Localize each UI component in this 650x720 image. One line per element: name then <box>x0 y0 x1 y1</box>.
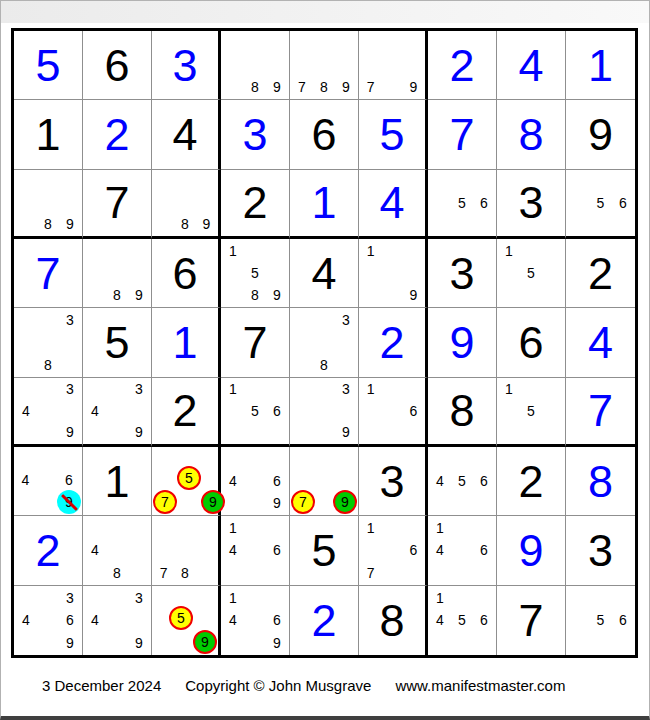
solved-digit: 2 <box>428 31 496 99</box>
candidate-grid: 156 <box>222 379 288 443</box>
candidate-digit: 8 <box>174 214 195 235</box>
solved-digit: 7 <box>14 239 82 307</box>
candidate-digit: 1 <box>222 379 244 400</box>
candidate-grid: 16 <box>360 379 424 443</box>
solved-digit: 8 <box>497 100 565 168</box>
cell-r9c9[interactable]: 56 <box>566 586 635 655</box>
given-digit: 4 <box>152 100 218 168</box>
candidate-grid: 38 <box>15 309 81 375</box>
candidate-digit: 9 <box>266 76 288 98</box>
candidate-digit: 3 <box>335 309 357 331</box>
candidate-7-yellow-mark: 7 <box>291 490 315 514</box>
candidate-9-cyan-slash-mark: 9 <box>57 490 81 514</box>
given-digit: 3 <box>566 516 635 584</box>
candidate-digit: 6 <box>612 609 634 631</box>
candidate-digit: 3 <box>59 309 81 331</box>
candidate-digit: 8 <box>37 214 59 235</box>
cell-r4c7[interactable]: 3 <box>428 239 497 308</box>
cell-r5c6[interactable]: 2 <box>359 308 428 377</box>
cell-r6c6[interactable]: 16 <box>359 378 428 447</box>
candidate-digit: 4 <box>222 539 244 561</box>
given-digit: 7 <box>221 308 289 376</box>
solved-digit: 1 <box>566 31 635 99</box>
cell-r3c9[interactable]: 56 <box>566 170 635 239</box>
candidate-digit: 8 <box>313 76 335 98</box>
cell-r9c8[interactable]: 7 <box>497 586 566 655</box>
candidate-digit: 6 <box>403 539 424 561</box>
cell-r8c9[interactable]: 3 <box>566 516 635 585</box>
candidate-digit: 7 <box>291 76 313 98</box>
cell-r1c1[interactable]: 5 <box>14 31 83 100</box>
candidate-digit: 4 <box>84 609 106 631</box>
candidate-grid: 15 <box>498 240 564 306</box>
cell-r5c2[interactable]: 5 <box>83 308 152 377</box>
candidate-digit: 1 <box>222 240 244 262</box>
cell-r6c1[interactable]: 349 <box>14 378 83 447</box>
given-digit: 7 <box>497 586 565 655</box>
cell-r4c2[interactable]: 89 <box>83 239 152 308</box>
cell-r2c5[interactable]: 6 <box>290 100 359 169</box>
candidate-digit: 9 <box>128 632 150 654</box>
candidate-digit: 6 <box>473 470 495 492</box>
cell-r3c4[interactable]: 2 <box>221 170 290 239</box>
cell-r1c3[interactable]: 3 <box>152 31 221 100</box>
cell-r2c4[interactable]: 3 <box>221 100 290 169</box>
candidate-digit: 9 <box>335 76 357 98</box>
solved-digit: 8 <box>566 447 635 515</box>
candidate-grid: 78 <box>153 517 217 583</box>
candidate-digit: 1 <box>360 379 381 400</box>
candidate-digit: 6 <box>612 192 634 213</box>
candidate-digit: 1 <box>498 379 520 400</box>
candidate-grid: 456 <box>429 448 495 514</box>
candidate-digit: 9 <box>266 284 288 306</box>
candidate-digit: 9 <box>59 422 81 443</box>
cell-r5c5[interactable]: 38 <box>290 308 359 377</box>
given-digit: 6 <box>152 239 218 307</box>
solved-digit: 4 <box>566 308 635 376</box>
candidate-grid: 39 <box>291 379 357 443</box>
cell-r1c6[interactable]: 79 <box>359 31 428 100</box>
candidate-digit: 6 <box>403 400 424 421</box>
given-digit: 6 <box>290 100 358 168</box>
given-digit: 5 <box>83 308 151 376</box>
cell-r2c7[interactable]: 7 <box>428 100 497 169</box>
cell-r7c6[interactable]: 3 <box>359 447 428 516</box>
candidate-grid: 89 <box>84 240 150 306</box>
candidate-7-yellow-mark: 7 <box>153 490 177 514</box>
given-digit: 4 <box>290 239 358 307</box>
candidate-digit: 1 <box>360 240 381 262</box>
cell-r6c2[interactable]: 349 <box>83 378 152 447</box>
solved-digit: 5 <box>14 31 82 99</box>
solved-digit: 7 <box>428 100 496 168</box>
given-digit: 1 <box>83 447 151 515</box>
footer: 3 December 2024 Copyright © John Musgrav… <box>42 677 565 694</box>
candidate-digit: 8 <box>244 76 266 98</box>
cell-r6c9[interactable]: 7 <box>566 378 635 447</box>
cell-r3c5[interactable]: 1 <box>290 170 359 239</box>
candidate-digit: 5 <box>589 609 611 631</box>
given-digit: 8 <box>428 378 496 444</box>
candidate-digit: 7 <box>360 562 381 584</box>
cell-r9c4[interactable]: 1469 <box>221 586 290 655</box>
given-digit: 5 <box>290 516 358 584</box>
cell-r3c8[interactable]: 3 <box>497 170 566 239</box>
candidate-grid: 146 <box>222 517 288 583</box>
footer-date: 3 December 2024 <box>42 677 161 694</box>
cell-r5c7[interactable]: 9 <box>428 308 497 377</box>
candidate-grid: 1469 <box>222 587 288 654</box>
cell-r4c8[interactable]: 15 <box>497 239 566 308</box>
candidate-digit: 4 <box>15 469 36 490</box>
toolbar-band <box>1 1 649 23</box>
candidate-grid: 789 <box>291 32 357 98</box>
candidate-5-yellow-mark: 5 <box>177 466 201 490</box>
given-digit: 6 <box>83 31 151 99</box>
cell-r8c4[interactable]: 146 <box>221 516 290 585</box>
candidate-digit: 9 <box>196 214 217 235</box>
cell-r7c1[interactable]: 469 <box>14 447 83 516</box>
candidate-digit: 4 <box>15 400 37 421</box>
cell-r7c7[interactable]: 456 <box>428 447 497 516</box>
candidate-grid: 349 <box>84 379 150 443</box>
solved-digit: 1 <box>290 170 358 236</box>
candidate-digit: 4 <box>84 539 106 561</box>
cell-r8c6[interactable]: 167 <box>359 516 428 585</box>
candidate-grid: 19 <box>360 240 424 306</box>
cell-r7c9[interactable]: 8 <box>566 447 635 516</box>
cell-r8c5[interactable]: 5 <box>290 516 359 585</box>
candidate-grid: 59 <box>153 587 217 654</box>
footer-website: www.manifestmaster.com <box>395 677 565 694</box>
candidate-digit: 8 <box>106 562 128 584</box>
solved-digit: 2 <box>14 516 82 584</box>
candidate-digit: 6 <box>57 469 81 490</box>
candidate-digit: 9 <box>59 632 81 654</box>
cell-r9c7[interactable]: 1456 <box>428 586 497 655</box>
cell-r9c5[interactable]: 2 <box>290 586 359 655</box>
solved-digit: 9 <box>428 308 496 376</box>
candidate-digit: 4 <box>15 609 37 631</box>
candidate-digit: 5 <box>589 192 611 213</box>
candidate-digit: 5 <box>520 400 542 421</box>
candidate-digit: 9 <box>128 284 150 306</box>
cell-r1c7[interactable]: 2 <box>428 31 497 100</box>
solved-digit: 1 <box>152 308 218 376</box>
candidate-digit: 4 <box>222 470 244 492</box>
candidate-digit: 5 <box>520 262 542 284</box>
solved-digit: 4 <box>359 170 425 236</box>
solved-digit: 9 <box>497 516 565 584</box>
solved-digit: 2 <box>83 100 151 168</box>
cell-r9c2[interactable]: 349 <box>83 586 152 655</box>
given-digit: 2 <box>497 447 565 515</box>
candidate-digit: 3 <box>59 379 81 400</box>
given-digit: 7 <box>83 170 151 236</box>
given-digit: 3 <box>497 170 565 236</box>
cell-r5c1[interactable]: 38 <box>14 308 83 377</box>
cell-r6c8[interactable]: 15 <box>497 378 566 447</box>
candidate-digit: 4 <box>84 400 106 421</box>
candidate-digit: 9 <box>59 214 81 235</box>
candidate-grid: 167 <box>360 517 424 583</box>
given-digit: 1 <box>14 100 82 168</box>
cell-r3c6[interactable]: 4 <box>359 170 428 239</box>
candidate-digit: 5 <box>451 192 473 213</box>
candidate-grid: 469 <box>222 448 288 514</box>
sudoku-board: 5638978979241124365789897892145635678961… <box>11 28 638 658</box>
candidate-grid: 3469 <box>15 587 81 654</box>
candidate-grid: 349 <box>15 379 81 443</box>
cell-r5c3[interactable]: 1 <box>152 308 221 377</box>
cell-r7c4[interactable]: 469 <box>221 447 290 516</box>
cell-r3c2[interactable]: 7 <box>83 170 152 239</box>
cell-r1c4[interactable]: 89 <box>221 31 290 100</box>
candidate-digit: 4 <box>429 609 451 631</box>
candidate-digit: 7 <box>360 76 381 98</box>
solved-digit: 7 <box>566 378 635 444</box>
candidate-grid: 38 <box>291 309 357 375</box>
candidate-digit: 1 <box>429 587 451 609</box>
candidate-digit: 6 <box>473 539 495 561</box>
cell-r8c2[interactable]: 48 <box>83 516 152 585</box>
cell-r4c6[interactable]: 19 <box>359 239 428 308</box>
candidate-grid: 89 <box>222 32 288 98</box>
candidate-digit: 5 <box>244 400 266 421</box>
candidate-digit: 6 <box>59 609 81 631</box>
candidate-digit: 1 <box>498 240 520 262</box>
candidate-grid: 56 <box>567 587 634 654</box>
cell-r8c3[interactable]: 78 <box>152 516 221 585</box>
candidate-digit: 8 <box>313 354 335 376</box>
cell-r7c2[interactable]: 1 <box>83 447 152 516</box>
cell-r8c8[interactable]: 9 <box>497 516 566 585</box>
candidate-digit: 5 <box>244 262 266 284</box>
cell-r4c9[interactable]: 2 <box>566 239 635 308</box>
given-digit: 9 <box>566 100 635 168</box>
given-digit: 2 <box>152 378 218 444</box>
candidate-grid: 146 <box>429 517 495 583</box>
candidate-digit: 8 <box>244 284 266 306</box>
candidate-grid: 89 <box>15 171 81 235</box>
candidate-grid: 89 <box>153 171 217 235</box>
candidate-digit: 4 <box>429 470 451 492</box>
cell-r9c3[interactable]: 59 <box>152 586 221 655</box>
candidate-digit: 9 <box>335 422 357 443</box>
candidate-digit: 6 <box>266 539 288 561</box>
solved-digit: 2 <box>290 586 358 655</box>
solved-digit: 5 <box>359 100 425 168</box>
page: 5638978979241124365789897892145635678961… <box>0 0 650 720</box>
cell-r6c7[interactable]: 8 <box>428 378 497 447</box>
candidate-digit: 3 <box>59 587 81 609</box>
candidate-9-green-mark: 9 <box>193 630 217 654</box>
candidate-digit: 3 <box>335 379 357 400</box>
cell-r2c3[interactable]: 4 <box>152 100 221 169</box>
candidate-grid: 579 <box>153 448 217 514</box>
solved-digit: 4 <box>497 31 565 99</box>
candidate-digit: 1 <box>360 517 381 539</box>
solved-digit: 3 <box>221 100 289 168</box>
candidate-digit: 9 <box>403 76 424 98</box>
cell-r1c8[interactable]: 4 <box>497 31 566 100</box>
cell-r6c3[interactable]: 2 <box>152 378 221 447</box>
footer-copyright: Copyright © John Musgrave <box>185 677 371 694</box>
candidate-grid: 56 <box>429 171 495 235</box>
cell-r5c4[interactable]: 7 <box>221 308 290 377</box>
candidate-digit: 6 <box>266 400 288 421</box>
cell-r2c1[interactable]: 1 <box>14 100 83 169</box>
cell-r1c9[interactable]: 1 <box>566 31 635 100</box>
cell-r4c1[interactable]: 7 <box>14 239 83 308</box>
cell-r7c8[interactable]: 2 <box>497 447 566 516</box>
cell-r2c2[interactable]: 2 <box>83 100 152 169</box>
cell-r5c8[interactable]: 6 <box>497 308 566 377</box>
candidate-grid: 469 <box>15 448 81 514</box>
candidate-digit: 1 <box>222 587 244 609</box>
candidate-grid: 15 <box>498 379 564 443</box>
candidate-digit: 9 <box>128 422 150 443</box>
candidate-grid: 1456 <box>429 587 495 654</box>
given-digit: 2 <box>566 239 635 307</box>
cell-r9c1[interactable]: 3469 <box>14 586 83 655</box>
given-digit: 6 <box>497 308 565 376</box>
candidate-digit: 7 <box>153 562 174 584</box>
candidate-digit: 3 <box>128 379 150 400</box>
given-digit: 2 <box>221 170 289 236</box>
candidate-grid: 56 <box>567 171 634 235</box>
candidate-digit: 5 <box>451 470 473 492</box>
candidate-digit: 3 <box>128 587 150 609</box>
candidate-digit: 6 <box>266 609 288 631</box>
candidate-digit: 4 <box>429 539 451 561</box>
cell-r4c5[interactable]: 4 <box>290 239 359 308</box>
candidate-grid: 79 <box>291 448 357 514</box>
cell-r2c9[interactable]: 9 <box>566 100 635 169</box>
cell-r4c4[interactable]: 1589 <box>221 239 290 308</box>
candidate-digit: 9 <box>266 492 288 514</box>
candidate-digit: 8 <box>37 354 59 376</box>
given-digit: 8 <box>359 586 425 655</box>
cell-r8c1[interactable]: 2 <box>14 516 83 585</box>
candidate-digit: 8 <box>174 562 195 584</box>
given-digit: 3 <box>428 239 496 307</box>
candidate-5-yellow-mark: 5 <box>169 606 193 630</box>
candidate-digit: 9 <box>266 632 288 654</box>
candidate-9-green-mark: 9 <box>333 490 357 514</box>
cell-r4c3[interactable]: 6 <box>152 239 221 308</box>
candidate-grid: 349 <box>84 587 150 654</box>
cell-r8c7[interactable]: 146 <box>428 516 497 585</box>
candidate-digit: 6 <box>473 609 495 631</box>
given-digit: 3 <box>359 447 425 515</box>
cell-r9c6[interactable]: 8 <box>359 586 428 655</box>
candidate-digit: 6 <box>266 470 288 492</box>
cell-r2c6[interactable]: 5 <box>359 100 428 169</box>
candidate-digit: 9 <box>403 284 424 306</box>
cell-r5c9[interactable]: 4 <box>566 308 635 377</box>
cell-r1c2[interactable]: 6 <box>83 31 152 100</box>
solved-digit: 3 <box>152 31 218 99</box>
candidate-digit: 8 <box>106 284 128 306</box>
candidate-digit: 1 <box>222 517 244 539</box>
cell-r7c5[interactable]: 79 <box>290 447 359 516</box>
cell-r3c7[interactable]: 56 <box>428 170 497 239</box>
candidate-digit: 5 <box>451 609 473 631</box>
solved-digit: 2 <box>359 308 425 376</box>
cell-r6c5[interactable]: 39 <box>290 378 359 447</box>
candidate-grid: 48 <box>84 517 150 583</box>
candidate-grid: 79 <box>360 32 424 98</box>
cell-r1c5[interactable]: 789 <box>290 31 359 100</box>
cell-r7c3[interactable]: 579 <box>152 447 221 516</box>
candidate-digit: 6 <box>473 192 495 213</box>
cell-r2c8[interactable]: 8 <box>497 100 566 169</box>
candidate-digit: 1 <box>429 517 451 539</box>
cell-r6c4[interactable]: 156 <box>221 378 290 447</box>
cell-r3c1[interactable]: 89 <box>14 170 83 239</box>
candidate-grid: 1589 <box>222 240 288 306</box>
cell-r3c3[interactable]: 89 <box>152 170 221 239</box>
candidate-digit: 4 <box>222 609 244 631</box>
